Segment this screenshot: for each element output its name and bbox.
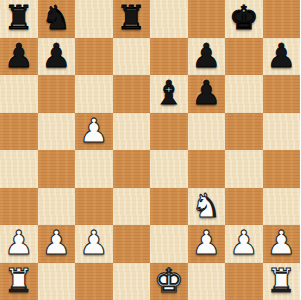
piece-white-pawn: ♟ xyxy=(4,226,34,259)
square-d8[interactable]: ♜ xyxy=(113,0,151,38)
piece-white-rook: ♜ xyxy=(4,264,34,297)
square-g2[interactable]: ♟ xyxy=(225,225,263,263)
square-c8[interactable] xyxy=(75,0,113,38)
square-d7[interactable] xyxy=(113,38,151,76)
piece-black-pawn: ♟ xyxy=(191,39,221,72)
square-g5[interactable] xyxy=(225,113,263,151)
square-e7[interactable] xyxy=(150,38,188,76)
square-c6[interactable] xyxy=(75,75,113,113)
square-d1[interactable] xyxy=(113,263,151,300)
piece-white-rook: ♜ xyxy=(266,264,296,297)
piece-white-pawn: ♟ xyxy=(191,226,221,259)
square-c1[interactable] xyxy=(75,263,113,300)
square-f7[interactable]: ♟ xyxy=(188,38,226,76)
square-g1[interactable] xyxy=(225,263,263,300)
square-h4[interactable] xyxy=(263,150,301,188)
square-b8[interactable]: ♞ xyxy=(38,0,76,38)
square-d3[interactable] xyxy=(113,188,151,226)
square-a7[interactable]: ♟ xyxy=(0,38,38,76)
square-h5[interactable] xyxy=(263,113,301,151)
square-h7[interactable]: ♟ xyxy=(263,38,301,76)
piece-black-pawn: ♟ xyxy=(266,39,296,72)
square-d2[interactable] xyxy=(113,225,151,263)
piece-black-pawn: ♟ xyxy=(4,39,34,72)
square-h6[interactable] xyxy=(263,75,301,113)
piece-black-bishop: ♝ xyxy=(154,76,184,109)
square-b6[interactable] xyxy=(38,75,76,113)
square-g8[interactable]: ♚ xyxy=(225,0,263,38)
piece-white-pawn: ♟ xyxy=(266,226,296,259)
square-h2[interactable]: ♟ xyxy=(263,225,301,263)
square-g7[interactable] xyxy=(225,38,263,76)
square-e8[interactable] xyxy=(150,0,188,38)
piece-black-rook: ♜ xyxy=(4,1,34,34)
square-f8[interactable] xyxy=(188,0,226,38)
square-b2[interactable]: ♟ xyxy=(38,225,76,263)
square-a3[interactable] xyxy=(0,188,38,226)
square-a8[interactable]: ♜ xyxy=(0,0,38,38)
square-b1[interactable] xyxy=(38,263,76,300)
piece-white-pawn: ♟ xyxy=(41,226,71,259)
square-c2[interactable]: ♟ xyxy=(75,225,113,263)
square-a5[interactable] xyxy=(0,113,38,151)
square-a2[interactable]: ♟ xyxy=(0,225,38,263)
square-g6[interactable] xyxy=(225,75,263,113)
piece-white-pawn: ♟ xyxy=(79,226,109,259)
piece-black-pawn: ♟ xyxy=(41,39,71,72)
square-h3[interactable] xyxy=(263,188,301,226)
chess-board: ♜♞♜♚♟♟♟♟♝♟♟♞♟♟♟♟♟♟♜♚♜ xyxy=(0,0,300,300)
square-b3[interactable] xyxy=(38,188,76,226)
square-a4[interactable] xyxy=(0,150,38,188)
square-d4[interactable] xyxy=(113,150,151,188)
square-f3[interactable]: ♞ xyxy=(188,188,226,226)
square-e2[interactable] xyxy=(150,225,188,263)
piece-black-king: ♚ xyxy=(229,1,259,34)
square-a6[interactable] xyxy=(0,75,38,113)
square-e4[interactable] xyxy=(150,150,188,188)
square-a1[interactable]: ♜ xyxy=(0,263,38,300)
square-d6[interactable] xyxy=(113,75,151,113)
square-f1[interactable] xyxy=(188,263,226,300)
square-c5[interactable]: ♟ xyxy=(75,113,113,151)
square-e6[interactable]: ♝ xyxy=(150,75,188,113)
piece-black-knight: ♞ xyxy=(41,1,71,34)
square-f5[interactable] xyxy=(188,113,226,151)
piece-white-pawn: ♟ xyxy=(229,226,259,259)
square-g4[interactable] xyxy=(225,150,263,188)
square-c7[interactable] xyxy=(75,38,113,76)
piece-black-pawn: ♟ xyxy=(191,76,221,109)
square-g3[interactable] xyxy=(225,188,263,226)
piece-black-rook: ♜ xyxy=(116,1,146,34)
square-e5[interactable] xyxy=(150,113,188,151)
piece-white-king: ♚ xyxy=(154,264,184,297)
square-e3[interactable] xyxy=(150,188,188,226)
square-h1[interactable]: ♜ xyxy=(263,263,301,300)
square-d5[interactable] xyxy=(113,113,151,151)
square-b7[interactable]: ♟ xyxy=(38,38,76,76)
square-f4[interactable] xyxy=(188,150,226,188)
piece-white-knight: ♞ xyxy=(191,189,221,222)
square-e1[interactable]: ♚ xyxy=(150,263,188,300)
square-f2[interactable]: ♟ xyxy=(188,225,226,263)
square-h8[interactable] xyxy=(263,0,301,38)
square-b5[interactable] xyxy=(38,113,76,151)
square-b4[interactable] xyxy=(38,150,76,188)
square-c4[interactable] xyxy=(75,150,113,188)
square-f6[interactable]: ♟ xyxy=(188,75,226,113)
square-c3[interactable] xyxy=(75,188,113,226)
piece-white-pawn: ♟ xyxy=(79,114,109,147)
